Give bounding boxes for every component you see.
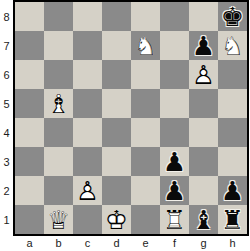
square-a1[interactable]: [15, 205, 44, 234]
square-b3[interactable]: [44, 147, 73, 176]
white-rook-outline: ♖: [160, 205, 189, 234]
square-c6[interactable]: [73, 60, 102, 89]
square-g2[interactable]: [189, 176, 218, 205]
rank-label-2: 2: [0, 176, 13, 205]
square-f4[interactable]: [160, 118, 189, 147]
chess-diagram: 87654321 ♚♞♘♟♞♘♟♙♝♗♟♟♙♟♟♛♕♚♔♜♖♝♜ abcdefg…: [0, 0, 250, 251]
white-knight-outline: ♘: [131, 31, 160, 60]
square-e5[interactable]: [131, 89, 160, 118]
square-f5[interactable]: [160, 89, 189, 118]
square-c8[interactable]: [73, 2, 102, 31]
square-g7[interactable]: ♟: [189, 31, 218, 60]
rank-labels: 87654321: [0, 2, 13, 234]
square-c2[interactable]: ♟♙: [73, 176, 102, 205]
square-d3[interactable]: [102, 147, 131, 176]
square-b2[interactable]: [44, 176, 73, 205]
square-g5[interactable]: [189, 89, 218, 118]
square-c3[interactable]: [73, 147, 102, 176]
square-f8[interactable]: [160, 2, 189, 31]
square-h5[interactable]: [218, 89, 247, 118]
file-label-h: h: [218, 236, 247, 250]
square-g6[interactable]: ♟♙: [189, 60, 218, 89]
square-a8[interactable]: [15, 2, 44, 31]
rank-label-5: 5: [0, 89, 13, 118]
rank-label-8: 8: [0, 2, 13, 31]
square-b6[interactable]: [44, 60, 73, 89]
square-a6[interactable]: [15, 60, 44, 89]
square-d6[interactable]: [102, 60, 131, 89]
square-a5[interactable]: [15, 89, 44, 118]
white-pawn-icon[interactable]: ♟♙: [189, 60, 218, 89]
square-d5[interactable]: [102, 89, 131, 118]
square-g1[interactable]: ♝: [189, 205, 218, 234]
black-pawn-icon[interactable]: ♟: [160, 147, 189, 176]
black-pawn-icon[interactable]: ♟: [218, 176, 247, 205]
square-g4[interactable]: [189, 118, 218, 147]
white-knight-icon[interactable]: ♞♘: [218, 31, 247, 60]
black-pawn-icon[interactable]: ♟: [189, 31, 218, 60]
square-e4[interactable]: [131, 118, 160, 147]
square-g8[interactable]: [189, 2, 218, 31]
square-e7[interactable]: ♞♘: [131, 31, 160, 60]
square-f7[interactable]: [160, 31, 189, 60]
rank-label-4: 4: [0, 118, 13, 147]
white-king-outline: ♔: [102, 205, 131, 234]
square-c7[interactable]: [73, 31, 102, 60]
white-knight-outline: ♘: [218, 31, 247, 60]
rank-label-3: 3: [0, 147, 13, 176]
square-c5[interactable]: [73, 89, 102, 118]
rank-label-1: 1: [0, 205, 13, 234]
rank-label-7: 7: [0, 31, 13, 60]
square-h2[interactable]: ♟: [218, 176, 247, 205]
black-king-icon[interactable]: ♚: [218, 2, 247, 31]
white-knight-icon[interactable]: ♞♘: [131, 31, 160, 60]
square-f6[interactable]: [160, 60, 189, 89]
white-pawn-outline: ♙: [189, 60, 218, 89]
square-e3[interactable]: [131, 147, 160, 176]
rank-label-6: 6: [0, 60, 13, 89]
square-b1[interactable]: ♛♕: [44, 205, 73, 234]
square-d1[interactable]: ♚♔: [102, 205, 131, 234]
square-f3[interactable]: ♟: [160, 147, 189, 176]
square-h8[interactable]: ♚: [218, 2, 247, 31]
square-h1[interactable]: ♜: [218, 205, 247, 234]
file-labels: abcdefgh: [15, 236, 247, 250]
square-h3[interactable]: [218, 147, 247, 176]
white-queen-icon[interactable]: ♛♕: [44, 205, 73, 234]
square-b8[interactable]: [44, 2, 73, 31]
square-a3[interactable]: [15, 147, 44, 176]
black-pawn-icon[interactable]: ♟: [160, 176, 189, 205]
white-bishop-icon[interactable]: ♝♗: [44, 89, 73, 118]
square-d4[interactable]: [102, 118, 131, 147]
square-a2[interactable]: [15, 176, 44, 205]
chess-board: ♚♞♘♟♞♘♟♙♝♗♟♟♙♟♟♛♕♚♔♜♖♝♜: [13, 0, 249, 236]
white-queen-outline: ♕: [44, 205, 73, 234]
file-label-d: d: [102, 236, 131, 250]
file-label-g: g: [189, 236, 218, 250]
square-b7[interactable]: [44, 31, 73, 60]
white-rook-icon[interactable]: ♜♖: [160, 205, 189, 234]
square-e1[interactable]: [131, 205, 160, 234]
white-bishop-outline: ♗: [44, 89, 73, 118]
square-b4[interactable]: [44, 118, 73, 147]
square-h7[interactable]: ♞♘: [218, 31, 247, 60]
square-d7[interactable]: [102, 31, 131, 60]
square-b5[interactable]: ♝♗: [44, 89, 73, 118]
square-c1[interactable]: [73, 205, 102, 234]
square-f2[interactable]: ♟: [160, 176, 189, 205]
white-king-icon[interactable]: ♚♔: [102, 205, 131, 234]
square-c4[interactable]: [73, 118, 102, 147]
white-pawn-icon[interactable]: ♟♙: [73, 176, 102, 205]
file-label-a: a: [15, 236, 44, 250]
square-e2[interactable]: [131, 176, 160, 205]
square-g3[interactable]: [189, 147, 218, 176]
square-d2[interactable]: [102, 176, 131, 205]
square-a7[interactable]: [15, 31, 44, 60]
white-pawn-outline: ♙: [73, 176, 102, 205]
file-label-e: e: [131, 236, 160, 250]
square-d8[interactable]: [102, 2, 131, 31]
square-a4[interactable]: [15, 118, 44, 147]
square-f1[interactable]: ♜♖: [160, 205, 189, 234]
black-rook-icon[interactable]: ♜: [218, 205, 247, 234]
black-bishop-icon[interactable]: ♝: [189, 205, 218, 234]
square-h4[interactable]: [218, 118, 247, 147]
file-label-b: b: [44, 236, 73, 250]
square-h6[interactable]: [218, 60, 247, 89]
file-label-f: f: [160, 236, 189, 250]
file-label-c: c: [73, 236, 102, 250]
square-e6[interactable]: [131, 60, 160, 89]
square-e8[interactable]: [131, 2, 160, 31]
